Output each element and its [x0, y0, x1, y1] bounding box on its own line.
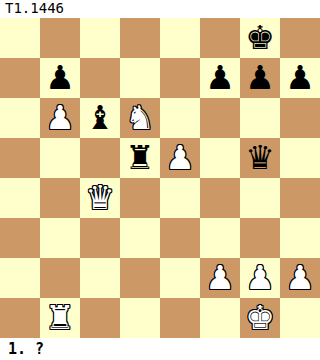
- square-f2[interactable]: ♟: [200, 258, 240, 298]
- square-g6[interactable]: [240, 98, 280, 138]
- square-f6[interactable]: [200, 98, 240, 138]
- square-g2[interactable]: ♟: [240, 258, 280, 298]
- square-f7[interactable]: ♟: [200, 58, 240, 98]
- square-d8[interactable]: [120, 18, 160, 58]
- square-b1[interactable]: ♜: [40, 298, 80, 338]
- piece-black-bishop: ♝: [85, 98, 115, 138]
- square-e2[interactable]: [160, 258, 200, 298]
- square-d4[interactable]: [120, 178, 160, 218]
- square-b4[interactable]: [40, 178, 80, 218]
- square-d3[interactable]: [120, 218, 160, 258]
- square-f8[interactable]: [200, 18, 240, 58]
- square-g1[interactable]: ♚: [240, 298, 280, 338]
- diagram-title: T1.1446: [0, 0, 320, 18]
- piece-white-rook: ♜: [45, 298, 75, 338]
- square-e1[interactable]: [160, 298, 200, 338]
- square-d5[interactable]: ♜: [120, 138, 160, 178]
- square-h5[interactable]: [280, 138, 320, 178]
- square-c6[interactable]: ♝: [80, 98, 120, 138]
- piece-black-pawn: ♟: [285, 58, 315, 98]
- square-c4[interactable]: ♛: [80, 178, 120, 218]
- piece-black-king: ♚: [245, 18, 275, 58]
- square-f1[interactable]: [200, 298, 240, 338]
- piece-black-pawn: ♟: [205, 58, 235, 98]
- square-c7[interactable]: [80, 58, 120, 98]
- square-e6[interactable]: [160, 98, 200, 138]
- square-b6[interactable]: ♟: [40, 98, 80, 138]
- square-c8[interactable]: [80, 18, 120, 58]
- square-b8[interactable]: [40, 18, 80, 58]
- square-c2[interactable]: [80, 258, 120, 298]
- piece-black-rook: ♜: [125, 138, 155, 178]
- square-b2[interactable]: [40, 258, 80, 298]
- piece-white-king: ♚: [245, 298, 275, 338]
- square-a8[interactable]: [0, 18, 40, 58]
- square-a6[interactable]: [0, 98, 40, 138]
- piece-white-knight: ♞: [125, 98, 155, 138]
- piece-black-pawn: ♟: [45, 58, 75, 98]
- square-b5[interactable]: [40, 138, 80, 178]
- square-f4[interactable]: [200, 178, 240, 218]
- square-g3[interactable]: [240, 218, 280, 258]
- piece-white-pawn: ♟: [285, 258, 315, 298]
- square-d7[interactable]: [120, 58, 160, 98]
- square-a2[interactable]: [0, 258, 40, 298]
- square-h7[interactable]: ♟: [280, 58, 320, 98]
- piece-white-pawn: ♟: [245, 258, 275, 298]
- square-d6[interactable]: ♞: [120, 98, 160, 138]
- square-f3[interactable]: [200, 218, 240, 258]
- piece-black-pawn: ♟: [245, 58, 275, 98]
- square-a3[interactable]: [0, 218, 40, 258]
- square-e7[interactable]: [160, 58, 200, 98]
- square-g4[interactable]: [240, 178, 280, 218]
- square-c1[interactable]: [80, 298, 120, 338]
- square-h2[interactable]: ♟: [280, 258, 320, 298]
- square-h3[interactable]: [280, 218, 320, 258]
- square-d2[interactable]: [120, 258, 160, 298]
- square-b7[interactable]: ♟: [40, 58, 80, 98]
- square-b3[interactable]: [40, 218, 80, 258]
- piece-white-queen: ♛: [85, 178, 115, 218]
- chess-board: ♚♟♟♟♟♟♝♞♜♟♛♛♟♟♟♜♚: [0, 18, 320, 338]
- square-c3[interactable]: [80, 218, 120, 258]
- square-a4[interactable]: [0, 178, 40, 218]
- square-e8[interactable]: [160, 18, 200, 58]
- square-a5[interactable]: [0, 138, 40, 178]
- square-f5[interactable]: [200, 138, 240, 178]
- square-h4[interactable]: [280, 178, 320, 218]
- square-e4[interactable]: [160, 178, 200, 218]
- square-g7[interactable]: ♟: [240, 58, 280, 98]
- chess-diagram-page: T1.1446 ♚♟♟♟♟♟♝♞♜♟♛♛♟♟♟♜♚ 1. ?: [0, 0, 320, 360]
- square-h8[interactable]: [280, 18, 320, 58]
- piece-black-queen: ♛: [245, 138, 275, 178]
- square-e5[interactable]: ♟: [160, 138, 200, 178]
- move-prompt: 1. ?: [0, 338, 320, 360]
- square-c5[interactable]: [80, 138, 120, 178]
- square-h1[interactable]: [280, 298, 320, 338]
- square-g8[interactable]: ♚: [240, 18, 280, 58]
- piece-white-pawn: ♟: [165, 138, 195, 178]
- square-g5[interactable]: ♛: [240, 138, 280, 178]
- piece-white-pawn: ♟: [45, 98, 75, 138]
- square-e3[interactable]: [160, 218, 200, 258]
- square-d1[interactable]: [120, 298, 160, 338]
- square-a7[interactable]: [0, 58, 40, 98]
- square-a1[interactable]: [0, 298, 40, 338]
- square-h6[interactable]: [280, 98, 320, 138]
- piece-white-pawn: ♟: [205, 258, 235, 298]
